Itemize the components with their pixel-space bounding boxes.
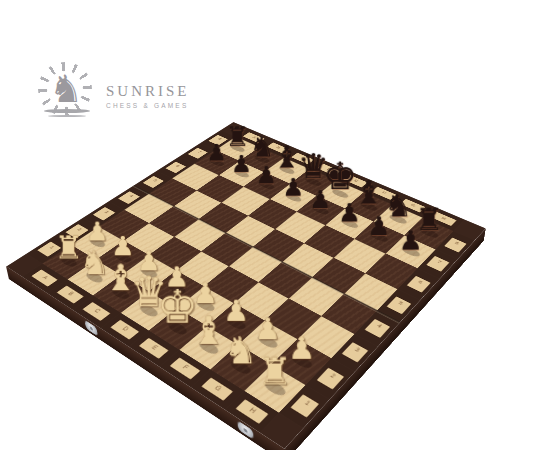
chessboard-scene: ABCDEFGH8877665544332211ABCDEFGH ♜♞♝♛♚♝♞… — [0, 0, 550, 450]
black-pawn[interactable]: ♟ — [381, 227, 441, 253]
white-rook[interactable]: ♜ — [239, 353, 312, 391]
chessboard: ABCDEFGH8877665544332211ABCDEFGH ♜♞♝♛♚♝♞… — [7, 122, 486, 449]
